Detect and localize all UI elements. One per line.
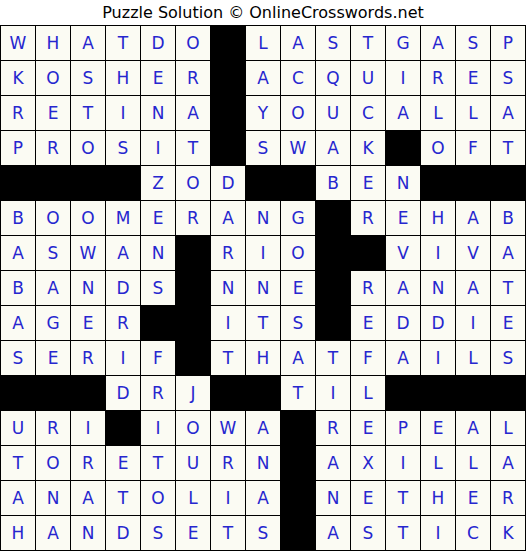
crossword-grid: WHATDOLASTGASPKOSHERACQUIRESRETINAYOUCAL… [0, 25, 526, 551]
letter-cell: S [456, 26, 490, 60]
black-cell [36, 166, 70, 200]
letter-cell: E [491, 306, 525, 340]
letter-cell: O [141, 481, 175, 515]
letter-cell: E [351, 306, 385, 340]
letter-cell: E [36, 96, 70, 130]
letter-cell: T [316, 341, 350, 375]
letter-cell: R [71, 446, 105, 480]
letter-cell: A [176, 96, 210, 130]
letter-cell: X [351, 446, 385, 480]
letter-cell: A [246, 481, 280, 515]
letter-cell: A [71, 481, 105, 515]
letter-cell: D [211, 166, 245, 200]
black-cell [176, 236, 210, 270]
letter-cell: I [71, 411, 105, 445]
letter-cell: S [246, 516, 280, 550]
black-cell [106, 166, 140, 200]
letter-cell: C [351, 96, 385, 130]
letter-cell: T [386, 516, 420, 550]
letter-cell: T [491, 271, 525, 305]
letter-cell: R [1, 96, 35, 130]
letter-cell: A [71, 26, 105, 60]
letter-cell: L [421, 96, 455, 130]
letter-cell: H [106, 61, 140, 95]
black-cell [176, 271, 210, 305]
letter-cell: A [316, 516, 350, 550]
letter-cell: N [71, 271, 105, 305]
letter-cell: I [141, 411, 175, 445]
black-cell [211, 96, 245, 130]
black-cell [281, 411, 315, 445]
letter-cell: A [316, 131, 350, 165]
black-cell [456, 166, 490, 200]
letter-cell: E [386, 201, 420, 235]
letter-cell: O [176, 26, 210, 60]
letter-cell: H [1, 516, 35, 550]
letter-cell: A [106, 236, 140, 270]
letter-cell: R [36, 411, 70, 445]
black-cell [281, 481, 315, 515]
letter-cell: L [176, 481, 210, 515]
letter-cell: W [1, 26, 35, 60]
letter-cell: A [491, 96, 525, 130]
letter-cell: A [1, 481, 35, 515]
letter-cell: R [351, 271, 385, 305]
letter-cell: A [246, 61, 280, 95]
letter-cell: R [316, 411, 350, 445]
letter-cell: L [456, 96, 490, 130]
letter-cell: R [176, 61, 210, 95]
letter-cell: A [421, 26, 455, 60]
letter-cell: A [491, 236, 525, 270]
letter-cell: D [386, 306, 420, 340]
letter-cell: E [456, 61, 490, 95]
black-cell [316, 201, 350, 235]
letter-cell: N [386, 166, 420, 200]
letter-cell: Q [316, 61, 350, 95]
letter-cell: D [141, 26, 175, 60]
letter-cell: K [491, 516, 525, 550]
black-cell [211, 131, 245, 165]
letter-cell: E [456, 481, 490, 515]
letter-cell: E [36, 341, 70, 375]
crossword-solution-page: Puzzle Solution © OnlineCrosswords.net W… [0, 0, 526, 551]
letter-cell: G [36, 306, 70, 340]
letter-cell: N [316, 481, 350, 515]
black-cell [386, 376, 420, 410]
letter-cell: R [421, 61, 455, 95]
letter-cell: A [246, 411, 280, 445]
letter-cell: N [246, 446, 280, 480]
letter-cell: W [71, 236, 105, 270]
letter-cell: O [421, 131, 455, 165]
black-cell [211, 61, 245, 95]
letter-cell: S [246, 131, 280, 165]
letter-cell: O [36, 446, 70, 480]
letter-cell: D [106, 376, 140, 410]
letter-cell: I [106, 96, 140, 130]
black-cell [211, 26, 245, 60]
letter-cell: F [456, 131, 490, 165]
black-cell [316, 306, 350, 340]
black-cell [36, 376, 70, 410]
letter-cell: T [176, 131, 210, 165]
black-cell [211, 376, 245, 410]
letter-cell: P [491, 26, 525, 60]
black-cell [281, 516, 315, 550]
letter-cell: F [141, 341, 175, 375]
letter-cell: E [351, 166, 385, 200]
letter-cell: D [106, 271, 140, 305]
letter-cell: T [281, 376, 315, 410]
letter-cell: A [1, 306, 35, 340]
letter-cell: E [351, 481, 385, 515]
letter-cell: C [281, 61, 315, 95]
letter-cell: Z [141, 166, 175, 200]
letter-cell: L [246, 26, 280, 60]
black-cell [106, 411, 140, 445]
letter-cell: A [386, 96, 420, 130]
black-cell [491, 166, 525, 200]
letter-cell: H [36, 26, 70, 60]
letter-cell: A [456, 271, 490, 305]
letter-cell: S [281, 306, 315, 340]
black-cell [71, 376, 105, 410]
letter-cell: T [1, 446, 35, 480]
letter-cell: T [106, 26, 140, 60]
letter-cell: E [281, 271, 315, 305]
letter-cell: O [71, 131, 105, 165]
letter-cell: B [491, 201, 525, 235]
letter-cell: I [421, 341, 455, 375]
black-cell [456, 376, 490, 410]
letter-cell: O [36, 201, 70, 235]
black-cell [176, 341, 210, 375]
letter-cell: W [211, 411, 245, 445]
letter-cell: S [491, 61, 525, 95]
letter-cell: F [351, 341, 385, 375]
letter-cell: E [176, 516, 210, 550]
letter-cell: S [36, 236, 70, 270]
letter-cell: E [141, 201, 175, 235]
letter-cell: R [71, 341, 105, 375]
letter-cell: S [106, 131, 140, 165]
letter-cell: I [211, 481, 245, 515]
letter-cell: O [281, 236, 315, 270]
black-cell [1, 166, 35, 200]
letter-cell: I [211, 306, 245, 340]
letter-cell: B [316, 166, 350, 200]
letter-cell: S [351, 516, 385, 550]
letter-cell: T [386, 481, 420, 515]
black-cell [386, 131, 420, 165]
letter-cell: A [456, 411, 490, 445]
letter-cell: A [281, 341, 315, 375]
letter-cell: C [456, 516, 490, 550]
letter-cell: V [456, 236, 490, 270]
letter-cell: E [106, 446, 140, 480]
letter-cell: T [211, 516, 245, 550]
letter-cell: R [211, 236, 245, 270]
letter-cell: I [246, 236, 280, 270]
black-cell [246, 376, 280, 410]
letter-cell: Y [246, 96, 280, 130]
black-cell [1, 376, 35, 410]
letter-cell: I [106, 341, 140, 375]
letter-cell: J [176, 376, 210, 410]
letter-cell: A [281, 26, 315, 60]
letter-cell: B [1, 271, 35, 305]
letter-cell: S [1, 341, 35, 375]
black-cell [421, 166, 455, 200]
letter-cell: N [211, 271, 245, 305]
letter-cell: H [246, 341, 280, 375]
letter-cell: O [71, 201, 105, 235]
letter-cell: O [176, 411, 210, 445]
letter-cell: T [106, 481, 140, 515]
letter-cell: N [246, 271, 280, 305]
letter-cell: R [351, 201, 385, 235]
black-cell [351, 236, 385, 270]
letter-cell: B [1, 201, 35, 235]
letter-cell: I [316, 376, 350, 410]
letter-cell: E [141, 61, 175, 95]
letter-cell: A [36, 516, 70, 550]
letter-cell: W [281, 131, 315, 165]
letter-cell: N [141, 236, 175, 270]
letter-cell: S [141, 271, 175, 305]
black-cell [141, 306, 175, 340]
letter-cell: T [141, 446, 175, 480]
letter-cell: T [71, 96, 105, 130]
letter-cell: T [211, 341, 245, 375]
letter-cell: S [141, 516, 175, 550]
letter-cell: N [71, 516, 105, 550]
letter-cell: I [386, 446, 420, 480]
letter-cell: I [421, 236, 455, 270]
letter-cell: E [421, 411, 455, 445]
letter-cell: I [421, 516, 455, 550]
letter-cell: P [1, 131, 35, 165]
letter-cell: U [1, 411, 35, 445]
letter-cell: D [421, 306, 455, 340]
letter-cell: R [176, 201, 210, 235]
letter-cell: U [176, 446, 210, 480]
letter-cell: L [491, 411, 525, 445]
letter-cell: N [36, 481, 70, 515]
letter-cell: H [421, 481, 455, 515]
black-cell [281, 166, 315, 200]
letter-cell: E [71, 306, 105, 340]
letter-cell: G [386, 26, 420, 60]
letter-cell: A [36, 271, 70, 305]
black-cell [246, 166, 280, 200]
letter-cell: S [491, 341, 525, 375]
letter-cell: A [491, 446, 525, 480]
letter-cell: N [246, 201, 280, 235]
letter-cell: K [351, 131, 385, 165]
letter-cell: S [71, 61, 105, 95]
letter-cell: S [316, 26, 350, 60]
letter-cell: O [281, 96, 315, 130]
black-cell [316, 271, 350, 305]
black-cell [281, 446, 315, 480]
letter-cell: T [491, 131, 525, 165]
letter-cell: L [456, 446, 490, 480]
letter-cell: A [386, 341, 420, 375]
letter-cell: G [281, 201, 315, 235]
letter-cell: E [351, 411, 385, 445]
letter-cell: R [106, 306, 140, 340]
letter-cell: R [211, 446, 245, 480]
letter-cell: A [211, 201, 245, 235]
letter-cell: L [456, 341, 490, 375]
letter-cell: L [351, 376, 385, 410]
letter-cell: O [36, 61, 70, 95]
black-cell [176, 306, 210, 340]
letter-cell: I [141, 131, 175, 165]
black-cell [421, 376, 455, 410]
letter-cell: N [141, 96, 175, 130]
letter-cell: N [421, 271, 455, 305]
letter-cell: I [386, 61, 420, 95]
letter-cell: A [1, 236, 35, 270]
letter-cell: R [141, 376, 175, 410]
letter-cell: V [386, 236, 420, 270]
letter-cell: A [386, 271, 420, 305]
letter-cell: R [491, 481, 525, 515]
letter-cell: M [106, 201, 140, 235]
letter-cell: A [456, 201, 490, 235]
black-cell [71, 166, 105, 200]
letter-cell: O [176, 166, 210, 200]
letter-cell: A [316, 446, 350, 480]
letter-cell: K [1, 61, 35, 95]
letter-cell: D [106, 516, 140, 550]
letter-cell: P [386, 411, 420, 445]
letter-cell: L [421, 446, 455, 480]
letter-cell: T [351, 26, 385, 60]
letter-cell: U [351, 61, 385, 95]
black-cell [491, 376, 525, 410]
letter-cell: U [316, 96, 350, 130]
page-title: Puzzle Solution © OnlineCrosswords.net [0, 0, 526, 25]
letter-cell: H [421, 201, 455, 235]
letter-cell: I [456, 306, 490, 340]
letter-cell: T [246, 306, 280, 340]
letter-cell: R [36, 131, 70, 165]
black-cell [316, 236, 350, 270]
